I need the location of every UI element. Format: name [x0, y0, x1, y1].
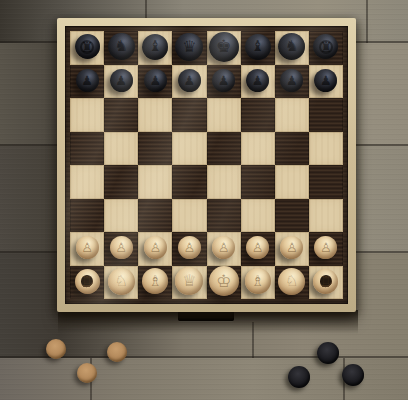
square-f5[interactable]	[241, 132, 275, 166]
piece-black-pawn[interactable]: ♟	[212, 69, 235, 92]
checker-dark-disc[interactable]	[342, 364, 364, 386]
piece-black-pawn[interactable]: ♟	[280, 69, 303, 92]
piece-glyph: ♙	[286, 241, 298, 254]
square-d3[interactable]	[172, 199, 206, 233]
square-h4[interactable]	[309, 165, 343, 199]
square-a6[interactable]	[70, 98, 104, 132]
square-d4[interactable]	[172, 165, 206, 199]
piece-glyph: ♚	[216, 38, 231, 55]
piece-white-bishop[interactable]: ♗	[245, 268, 271, 294]
piece-glyph: ♙	[218, 241, 230, 254]
square-b4[interactable]	[104, 165, 138, 199]
square-c2[interactable]: ♙	[138, 232, 172, 266]
plank-seam	[366, 0, 368, 43]
piece-glyph: ♟	[115, 74, 127, 87]
square-g1[interactable]: ♘	[275, 266, 309, 300]
piece-glyph: ♗	[149, 274, 162, 289]
piece-glyph: ♙	[149, 241, 161, 254]
square-e7[interactable]: ♟	[207, 65, 241, 99]
square-a8[interactable]: ♜	[70, 31, 104, 65]
piece-white-pawn[interactable]: ♙	[280, 236, 303, 259]
piece-black-pawn[interactable]: ♟	[76, 69, 99, 92]
piece-glyph: ♘	[285, 274, 298, 289]
square-e2[interactable]: ♙	[207, 232, 241, 266]
square-f4[interactable]	[241, 165, 275, 199]
checker-dark-disc[interactable]	[288, 366, 310, 388]
square-h5[interactable]	[309, 132, 343, 166]
piece-glyph: ♟	[320, 74, 332, 87]
piece-black-bishop[interactable]: ♝	[142, 34, 168, 60]
square-h6[interactable]	[309, 98, 343, 132]
piece-glyph: ♙	[184, 241, 196, 254]
piece-white-knight[interactable]: ♘	[278, 268, 305, 295]
square-c8[interactable]: ♝	[138, 31, 172, 65]
square-g8[interactable]: ♞	[275, 31, 309, 65]
piece-glyph: ♟	[149, 74, 161, 87]
piece-white-bishop[interactable]: ♗	[142, 268, 168, 294]
piece-glyph: ♖	[320, 274, 333, 288]
piece-black-rook[interactable]: ♜	[75, 34, 100, 59]
board-well: ♜♞♝♛♚♝♞♜♟♟♟♟♟♟♟♟♙♙♙♙♙♙♙♙♖♘♗♕♔♗♘♖	[65, 26, 348, 304]
square-g3[interactable]	[275, 199, 309, 233]
square-c3[interactable]	[138, 199, 172, 233]
board-grid: ♜♞♝♛♚♝♞♜♟♟♟♟♟♟♟♟♙♙♙♙♙♙♙♙♖♘♗♕♔♗♘♖	[70, 31, 343, 299]
piece-black-pawn[interactable]: ♟	[246, 69, 269, 92]
square-f6[interactable]	[241, 98, 275, 132]
square-f7[interactable]: ♟	[241, 65, 275, 99]
square-f2[interactable]: ♙	[241, 232, 275, 266]
piece-black-king[interactable]: ♚	[209, 32, 239, 62]
square-e8[interactable]: ♚	[207, 31, 241, 65]
square-d2[interactable]: ♙	[172, 232, 206, 266]
piece-black-rook[interactable]: ♜	[313, 34, 338, 59]
piece-black-pawn[interactable]: ♟	[110, 69, 133, 92]
piece-black-knight[interactable]: ♞	[278, 33, 305, 60]
piece-white-pawn[interactable]: ♙	[178, 236, 201, 259]
piece-black-knight[interactable]: ♞	[108, 33, 135, 60]
piece-glyph: ♝	[251, 39, 264, 54]
piece-black-queen[interactable]: ♛	[175, 33, 203, 61]
checker-light-disc[interactable]	[107, 342, 127, 362]
piece-glyph: ♟	[252, 74, 264, 87]
square-b7[interactable]: ♟	[104, 65, 138, 99]
piece-glyph: ♙	[320, 241, 332, 254]
piece-glyph: ♟	[184, 74, 196, 87]
square-e3[interactable]	[207, 199, 241, 233]
scene: ♜♞♝♛♚♝♞♜♟♟♟♟♟♟♟♟♙♙♙♙♙♙♙♙♖♘♗♕♔♗♘♖	[0, 0, 408, 400]
square-h7[interactable]: ♟	[309, 65, 343, 99]
square-h1[interactable]: ♖	[309, 266, 343, 300]
piece-white-knight[interactable]: ♘	[108, 268, 135, 295]
piece-glyph: ♕	[182, 273, 196, 289]
square-d5[interactable]	[172, 132, 206, 166]
piece-glyph: ♝	[149, 39, 162, 54]
piece-glyph: ♖	[81, 274, 94, 288]
square-b8[interactable]: ♞	[104, 31, 138, 65]
piece-glyph: ♟	[286, 74, 298, 87]
piece-white-pawn[interactable]: ♙	[246, 236, 269, 259]
square-e6[interactable]	[207, 98, 241, 132]
piece-white-king[interactable]: ♔	[209, 266, 239, 296]
square-c4[interactable]	[138, 165, 172, 199]
square-b1[interactable]: ♘	[104, 266, 138, 300]
square-a1[interactable]: ♖	[70, 266, 104, 300]
piece-glyph: ♔	[216, 273, 231, 290]
checker-dark-disc[interactable]	[317, 342, 339, 364]
piece-glyph: ♙	[252, 241, 264, 254]
square-b5[interactable]	[104, 132, 138, 166]
checker-light-disc[interactable]	[46, 339, 66, 359]
square-e4[interactable]	[207, 165, 241, 199]
piece-glyph: ♘	[114, 274, 127, 289]
square-a5[interactable]	[70, 132, 104, 166]
square-e1[interactable]: ♔	[207, 266, 241, 300]
square-a3[interactable]	[70, 199, 104, 233]
piece-white-pawn[interactable]: ♙	[212, 236, 235, 259]
square-a7[interactable]: ♟	[70, 65, 104, 99]
square-d1[interactable]: ♕	[172, 266, 206, 300]
piece-white-pawn[interactable]: ♙	[314, 236, 337, 259]
square-g2[interactable]: ♙	[275, 232, 309, 266]
piece-glyph: ♙	[115, 241, 127, 254]
piece-white-pawn[interactable]: ♙	[110, 236, 133, 259]
piece-glyph: ♟	[81, 74, 93, 87]
chess-board-frame: ♜♞♝♛♚♝♞♜♟♟♟♟♟♟♟♟♙♙♙♙♙♙♙♙♖♘♗♕♔♗♘♖	[57, 18, 356, 312]
piece-black-pawn[interactable]: ♟	[178, 69, 201, 92]
square-g7[interactable]: ♟	[275, 65, 309, 99]
square-c6[interactable]	[138, 98, 172, 132]
square-c5[interactable]	[138, 132, 172, 166]
square-h8[interactable]: ♜	[309, 31, 343, 65]
square-a4[interactable]	[70, 165, 104, 199]
piece-glyph: ♛	[182, 39, 196, 55]
square-h3[interactable]	[309, 199, 343, 233]
drawer-pull[interactable]	[178, 311, 234, 321]
square-a2[interactable]: ♙	[70, 232, 104, 266]
piece-glyph: ♙	[81, 241, 93, 254]
piece-white-pawn[interactable]: ♙	[144, 236, 167, 259]
square-d7[interactable]: ♟	[172, 65, 206, 99]
square-f1[interactable]: ♗	[241, 266, 275, 300]
square-c7[interactable]: ♟	[138, 65, 172, 99]
square-g4[interactable]	[275, 165, 309, 199]
square-c1[interactable]: ♗	[138, 266, 172, 300]
checker-light-disc[interactable]	[77, 363, 97, 383]
piece-white-rook[interactable]: ♖	[75, 269, 100, 294]
square-b2[interactable]: ♙	[104, 232, 138, 266]
square-g5[interactable]	[275, 132, 309, 166]
piece-glyph: ♜	[81, 40, 94, 54]
piece-white-pawn[interactable]: ♙	[76, 236, 99, 259]
square-g6[interactable]	[275, 98, 309, 132]
piece-glyph: ♗	[251, 274, 264, 289]
square-b6[interactable]	[104, 98, 138, 132]
piece-glyph: ♞	[285, 39, 298, 54]
square-e5[interactable]	[207, 132, 241, 166]
square-d6[interactable]	[172, 98, 206, 132]
square-f3[interactable]	[241, 199, 275, 233]
square-b3[interactable]	[104, 199, 138, 233]
piece-glyph: ♜	[320, 40, 333, 54]
piece-glyph: ♞	[114, 39, 127, 54]
piece-glyph: ♟	[218, 74, 230, 87]
square-d8[interactable]: ♛	[172, 31, 206, 65]
piece-white-rook[interactable]: ♖	[313, 269, 338, 294]
piece-white-queen[interactable]: ♕	[175, 267, 203, 295]
square-f8[interactable]: ♝	[241, 31, 275, 65]
square-h2[interactable]: ♙	[309, 232, 343, 266]
piece-black-pawn[interactable]: ♟	[144, 69, 167, 92]
piece-black-bishop[interactable]: ♝	[245, 34, 271, 60]
piece-black-pawn[interactable]: ♟	[314, 69, 337, 92]
